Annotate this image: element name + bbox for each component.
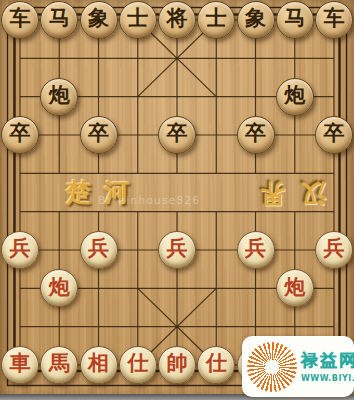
intersection-e7[interactable]: [157, 269, 196, 307]
intersection-i6[interactable]: 兵: [314, 231, 353, 269]
intersection-g6[interactable]: 兵: [236, 231, 275, 269]
intersection-c2[interactable]: [79, 77, 118, 115]
intersection-d0[interactable]: 士: [118, 1, 157, 39]
intersection-h3[interactable]: [275, 116, 314, 154]
intersection-i4[interactable]: [314, 154, 353, 192]
intersection-f7[interactable]: [197, 269, 236, 307]
piece-glyph: 卒: [167, 123, 188, 144]
piece-red-仕[interactable]: 仕: [119, 346, 157, 384]
piece-glyph: 仕: [206, 353, 227, 374]
piece-glyph: 馬: [49, 353, 70, 374]
piece-black-车[interactable]: 车: [1, 1, 39, 39]
piece-red-帥[interactable]: 帥: [158, 346, 196, 384]
intersection-f5[interactable]: [197, 192, 236, 230]
intersection-f2[interactable]: [197, 77, 236, 115]
intersection-e5[interactable]: [157, 192, 196, 230]
intersection-f8[interactable]: [197, 307, 236, 345]
logo-site-url: WWW.BIYI.NET: [301, 374, 354, 383]
intersection-d6[interactable]: [118, 231, 157, 269]
intersection-d2[interactable]: [118, 77, 157, 115]
sunburst-icon: [247, 342, 297, 392]
piece-glyph: 象: [88, 8, 109, 29]
piece-black-马[interactable]: 马: [276, 1, 314, 39]
piece-red-車[interactable]: 車: [1, 346, 39, 384]
board-grid: 车马象士将士象马车炮炮卒卒卒卒卒兵兵兵兵兵炮炮車馬相仕帥仕相馬車: [0, 1, 353, 384]
intersection-c9[interactable]: 相: [79, 346, 118, 384]
intersection-d9[interactable]: 仕: [118, 346, 157, 384]
logo-text-block: 禄益网 WWW.BIYI.NET: [301, 350, 354, 382]
intersection-c3[interactable]: 卒: [79, 116, 118, 154]
intersection-d8[interactable]: [118, 307, 157, 345]
intersection-f6[interactable]: [197, 231, 236, 269]
piece-glyph: 车: [324, 8, 345, 29]
xiangqi-board-screenshot: 楚河 汉界 BY pinhouse826 车马象士将士象马车炮炮卒卒卒卒卒兵兵兵…: [0, 0, 354, 400]
intersection-c1[interactable]: [79, 39, 118, 77]
piece-glyph: 相: [88, 353, 109, 374]
intersection-i3[interactable]: 卒: [314, 116, 353, 154]
piece-black-将[interactable]: 将: [158, 1, 196, 39]
piece-glyph: 兵: [324, 238, 345, 259]
intersection-f3[interactable]: [197, 116, 236, 154]
intersection-g7[interactable]: [236, 269, 275, 307]
intersection-d4[interactable]: [118, 154, 157, 192]
piece-black-炮[interactable]: 炮: [40, 78, 78, 116]
piece-black-卒[interactable]: 卒: [315, 116, 353, 154]
piece-red-炮[interactable]: 炮: [276, 269, 314, 307]
intersection-d5[interactable]: [118, 192, 157, 230]
intersection-i2[interactable]: [314, 77, 353, 115]
piece-black-车[interactable]: 车: [315, 1, 353, 39]
intersection-d7[interactable]: [118, 269, 157, 307]
intersection-a6[interactable]: 兵: [0, 231, 39, 269]
intersection-d3[interactable]: [118, 116, 157, 154]
intersection-c7[interactable]: [79, 269, 118, 307]
piece-black-卒[interactable]: 卒: [80, 116, 118, 154]
intersection-b5[interactable]: [40, 192, 79, 230]
intersection-b8[interactable]: [40, 307, 79, 345]
intersection-b7[interactable]: 炮: [40, 269, 79, 307]
piece-red-兵[interactable]: 兵: [80, 231, 118, 269]
intersection-f9[interactable]: 仕: [197, 346, 236, 384]
intersection-b9[interactable]: 馬: [40, 346, 79, 384]
intersection-b0[interactable]: 马: [40, 1, 79, 39]
piece-glyph: 兵: [88, 238, 109, 259]
piece-red-兵[interactable]: 兵: [315, 231, 353, 269]
intersection-g0[interactable]: 象: [236, 1, 275, 39]
intersection-g2[interactable]: [236, 77, 275, 115]
intersection-g4[interactable]: [236, 154, 275, 192]
piece-glyph: 马: [49, 8, 70, 29]
intersection-d1[interactable]: [118, 39, 157, 77]
piece-glyph: 车: [10, 8, 31, 29]
piece-black-卒[interactable]: 卒: [158, 116, 196, 154]
piece-glyph: 将: [167, 8, 188, 29]
piece-black-士[interactable]: 士: [197, 1, 235, 39]
intersection-c5[interactable]: [79, 192, 118, 230]
intersection-a8[interactable]: [0, 307, 39, 345]
intersection-g1[interactable]: [236, 39, 275, 77]
piece-glyph: 卒: [324, 123, 345, 144]
piece-glyph: 士: [127, 8, 148, 29]
intersection-h1[interactable]: [275, 39, 314, 77]
piece-glyph: 兵: [10, 238, 31, 259]
piece-red-炮[interactable]: 炮: [40, 269, 78, 307]
piece-black-卒[interactable]: 卒: [1, 116, 39, 154]
piece-red-兵[interactable]: 兵: [1, 231, 39, 269]
piece-glyph: 炮: [284, 277, 305, 298]
intersection-f4[interactable]: [197, 154, 236, 192]
piece-glyph: 士: [206, 8, 227, 29]
piece-glyph: 炮: [49, 277, 70, 298]
intersection-h4[interactable]: [275, 154, 314, 192]
intersection-e0[interactable]: 将: [157, 1, 196, 39]
intersection-e9[interactable]: 帥: [157, 346, 196, 384]
intersection-c0[interactable]: 象: [79, 1, 118, 39]
intersection-e3[interactable]: 卒: [157, 116, 196, 154]
piece-glyph: 象: [245, 8, 266, 29]
intersection-g5[interactable]: [236, 192, 275, 230]
piece-glyph: 炮: [284, 85, 305, 106]
intersection-h5[interactable]: [275, 192, 314, 230]
piece-black-马[interactable]: 马: [40, 1, 78, 39]
piece-black-象[interactable]: 象: [80, 1, 118, 39]
piece-black-炮[interactable]: 炮: [276, 78, 314, 116]
intersection-b3[interactable]: [40, 116, 79, 154]
intersection-c4[interactable]: [79, 154, 118, 192]
intersection-a1[interactable]: [0, 39, 39, 77]
intersection-a5[interactable]: [0, 192, 39, 230]
piece-glyph: 帥: [167, 353, 188, 374]
intersection-h6[interactable]: [275, 231, 314, 269]
piece-red-仕[interactable]: 仕: [197, 346, 235, 384]
intersection-i7[interactable]: [314, 269, 353, 307]
intersection-e4[interactable]: [157, 154, 196, 192]
intersection-a3[interactable]: 卒: [0, 116, 39, 154]
intersection-h2[interactable]: 炮: [275, 77, 314, 115]
intersection-c6[interactable]: 兵: [79, 231, 118, 269]
intersection-a0[interactable]: 车: [0, 1, 39, 39]
piece-glyph: 仕: [127, 353, 148, 374]
piece-glyph: 炮: [49, 85, 70, 106]
piece-glyph: 卒: [10, 123, 31, 144]
intersection-i5[interactable]: [314, 192, 353, 230]
site-logo: 禄益网 WWW.BIYI.NET: [242, 336, 354, 397]
intersection-i1[interactable]: [314, 39, 353, 77]
intersection-a9[interactable]: 車: [0, 346, 39, 384]
intersection-g3[interactable]: 卒: [236, 116, 275, 154]
piece-black-士[interactable]: 士: [119, 1, 157, 39]
intersection-a4[interactable]: [0, 154, 39, 192]
intersection-a2[interactable]: [0, 77, 39, 115]
piece-glyph: 兵: [167, 238, 188, 259]
intersection-b6[interactable]: [40, 231, 79, 269]
piece-red-兵[interactable]: 兵: [158, 231, 196, 269]
intersection-f1[interactable]: [197, 39, 236, 77]
intersection-b4[interactable]: [40, 154, 79, 192]
piece-red-馬[interactable]: 馬: [40, 346, 78, 384]
piece-red-兵[interactable]: 兵: [237, 231, 275, 269]
intersection-b1[interactable]: [40, 39, 79, 77]
logo-site-name: 禄益网: [301, 350, 354, 370]
piece-black-卒[interactable]: 卒: [237, 116, 275, 154]
piece-glyph: 卒: [88, 123, 109, 144]
intersection-i0[interactable]: 车: [314, 1, 353, 39]
intersection-e1[interactable]: [157, 39, 196, 77]
piece-glyph: 卒: [245, 123, 266, 144]
intersection-f0[interactable]: 士: [197, 1, 236, 39]
piece-red-相[interactable]: 相: [80, 346, 118, 384]
intersection-c8[interactable]: [79, 307, 118, 345]
piece-glyph: 車: [10, 353, 31, 374]
intersection-e2[interactable]: [157, 77, 196, 115]
intersection-h0[interactable]: 马: [275, 1, 314, 39]
intersection-e6[interactable]: 兵: [157, 231, 196, 269]
intersection-h7[interactable]: 炮: [275, 269, 314, 307]
piece-glyph: 马: [284, 8, 305, 29]
intersection-e8[interactable]: [157, 307, 196, 345]
intersection-a7[interactable]: [0, 269, 39, 307]
piece-black-象[interactable]: 象: [237, 1, 275, 39]
piece-glyph: 兵: [245, 238, 266, 259]
intersection-b2[interactable]: 炮: [40, 77, 79, 115]
